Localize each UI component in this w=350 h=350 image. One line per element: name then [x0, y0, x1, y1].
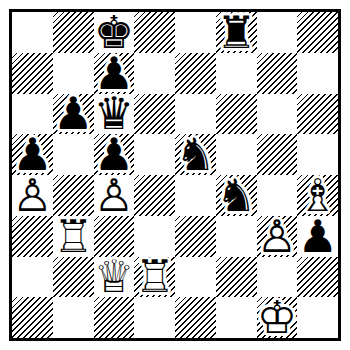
black-knight-halo-icon: ♞	[216, 175, 257, 216]
square-f2[interactable]	[216, 257, 257, 298]
square-f5[interactable]	[216, 134, 257, 175]
square-c7[interactable]: ♟♟	[94, 53, 135, 94]
piece-black-pawn: ♟	[94, 53, 135, 94]
square-f8[interactable]: ♜♜	[216, 12, 257, 53]
square-a2[interactable]	[12, 257, 53, 298]
square-f7[interactable]	[216, 53, 257, 94]
square-f4[interactable]: ♞♞	[216, 175, 257, 216]
square-b6[interactable]: ♟♟	[53, 94, 94, 135]
square-f6[interactable]	[216, 94, 257, 135]
square-b3[interactable]: ♜♖	[53, 216, 94, 257]
black-pawn-halo-icon: ♟	[94, 53, 135, 94]
piece-white-bishop: ♗	[297, 175, 338, 216]
square-b2[interactable]	[53, 257, 94, 298]
black-pawn-halo-icon: ♟	[94, 134, 135, 175]
square-e2[interactable]	[175, 257, 216, 298]
white-pawn-halo-icon: ♟	[257, 216, 298, 257]
white-queen-halo-icon: ♛	[94, 257, 135, 298]
square-a8[interactable]	[12, 12, 53, 53]
square-d3[interactable]	[134, 216, 175, 257]
square-g5[interactable]	[257, 134, 298, 175]
square-h2[interactable]	[297, 257, 338, 298]
piece-black-queen: ♛	[94, 94, 135, 135]
square-c2[interactable]: ♛♕	[94, 257, 135, 298]
piece-black-rook: ♜	[216, 12, 257, 53]
square-h5[interactable]	[297, 134, 338, 175]
square-b5[interactable]	[53, 134, 94, 175]
square-e1[interactable]	[175, 297, 216, 338]
square-g6[interactable]	[257, 94, 298, 135]
piece-white-pawn: ♙	[94, 175, 135, 216]
square-h6[interactable]	[297, 94, 338, 135]
black-queen-halo-icon: ♛	[94, 94, 135, 135]
white-rook-halo-icon: ♜	[134, 257, 175, 298]
square-f3[interactable]	[216, 216, 257, 257]
piece-white-rook: ♖	[53, 216, 94, 257]
diagram-page: ♚♚♜♜♟♟♟♟♛♛♟♟♟♟♞♞♟♙♟♙♞♞♝♗♜♖♟♙♟♟♛♕♜♖♚♔	[0, 0, 350, 350]
square-c8[interactable]: ♚♚	[94, 12, 135, 53]
square-a4[interactable]: ♟♙	[12, 175, 53, 216]
square-b1[interactable]	[53, 297, 94, 338]
square-a7[interactable]	[12, 53, 53, 94]
square-h4[interactable]: ♝♗	[297, 175, 338, 216]
piece-white-pawn: ♙	[12, 175, 53, 216]
square-e8[interactable]	[175, 12, 216, 53]
square-e6[interactable]	[175, 94, 216, 135]
piece-black-pawn: ♟	[94, 134, 135, 175]
square-g1[interactable]: ♚♔	[257, 297, 298, 338]
square-a6[interactable]	[12, 94, 53, 135]
square-e4[interactable]	[175, 175, 216, 216]
square-h1[interactable]	[297, 297, 338, 338]
square-g7[interactable]	[257, 53, 298, 94]
square-e3[interactable]	[175, 216, 216, 257]
black-pawn-halo-icon: ♟	[297, 216, 338, 257]
square-c5[interactable]: ♟♟	[94, 134, 135, 175]
piece-white-pawn: ♙	[257, 216, 298, 257]
square-h3[interactable]: ♟♟	[297, 216, 338, 257]
square-h7[interactable]	[297, 53, 338, 94]
chess-board: ♚♚♜♜♟♟♟♟♛♛♟♟♟♟♞♞♟♙♟♙♞♞♝♗♜♖♟♙♟♟♛♕♜♖♚♔	[9, 9, 341, 341]
piece-white-queen: ♕	[94, 257, 135, 298]
square-g4[interactable]	[257, 175, 298, 216]
square-d4[interactable]	[134, 175, 175, 216]
white-rook-halo-icon: ♜	[53, 216, 94, 257]
square-e7[interactable]	[175, 53, 216, 94]
black-pawn-halo-icon: ♟	[53, 94, 94, 135]
square-a3[interactable]	[12, 216, 53, 257]
piece-black-knight: ♞	[175, 134, 216, 175]
white-pawn-halo-icon: ♟	[94, 175, 135, 216]
square-c1[interactable]	[94, 297, 135, 338]
piece-black-pawn: ♟	[12, 134, 53, 175]
square-g2[interactable]	[257, 257, 298, 298]
square-g8[interactable]	[257, 12, 298, 53]
square-d7[interactable]	[134, 53, 175, 94]
square-b8[interactable]	[53, 12, 94, 53]
square-d2[interactable]: ♜♖	[134, 257, 175, 298]
square-f1[interactable]	[216, 297, 257, 338]
white-pawn-halo-icon: ♟	[12, 175, 53, 216]
piece-black-pawn: ♟	[53, 94, 94, 135]
square-h8[interactable]	[297, 12, 338, 53]
square-a1[interactable]	[12, 297, 53, 338]
black-king-halo-icon: ♚	[94, 12, 135, 53]
piece-black-king: ♚	[94, 12, 135, 53]
square-c3[interactable]	[94, 216, 135, 257]
piece-white-king: ♔	[257, 297, 298, 338]
square-c6[interactable]: ♛♛	[94, 94, 135, 135]
square-b4[interactable]	[53, 175, 94, 216]
black-rook-halo-icon: ♜	[216, 12, 257, 53]
black-pawn-halo-icon: ♟	[12, 134, 53, 175]
piece-black-pawn: ♟	[297, 216, 338, 257]
square-d8[interactable]	[134, 12, 175, 53]
square-d6[interactable]	[134, 94, 175, 135]
square-c4[interactable]: ♟♙	[94, 175, 135, 216]
piece-white-rook: ♖	[134, 257, 175, 298]
square-d1[interactable]	[134, 297, 175, 338]
square-d5[interactable]	[134, 134, 175, 175]
square-a5[interactable]: ♟♟	[12, 134, 53, 175]
square-b7[interactable]	[53, 53, 94, 94]
piece-black-knight: ♞	[216, 175, 257, 216]
white-king-halo-icon: ♚	[257, 297, 298, 338]
square-g3[interactable]: ♟♙	[257, 216, 298, 257]
white-bishop-halo-icon: ♝	[297, 175, 338, 216]
black-knight-halo-icon: ♞	[175, 134, 216, 175]
square-e5[interactable]: ♞♞	[175, 134, 216, 175]
